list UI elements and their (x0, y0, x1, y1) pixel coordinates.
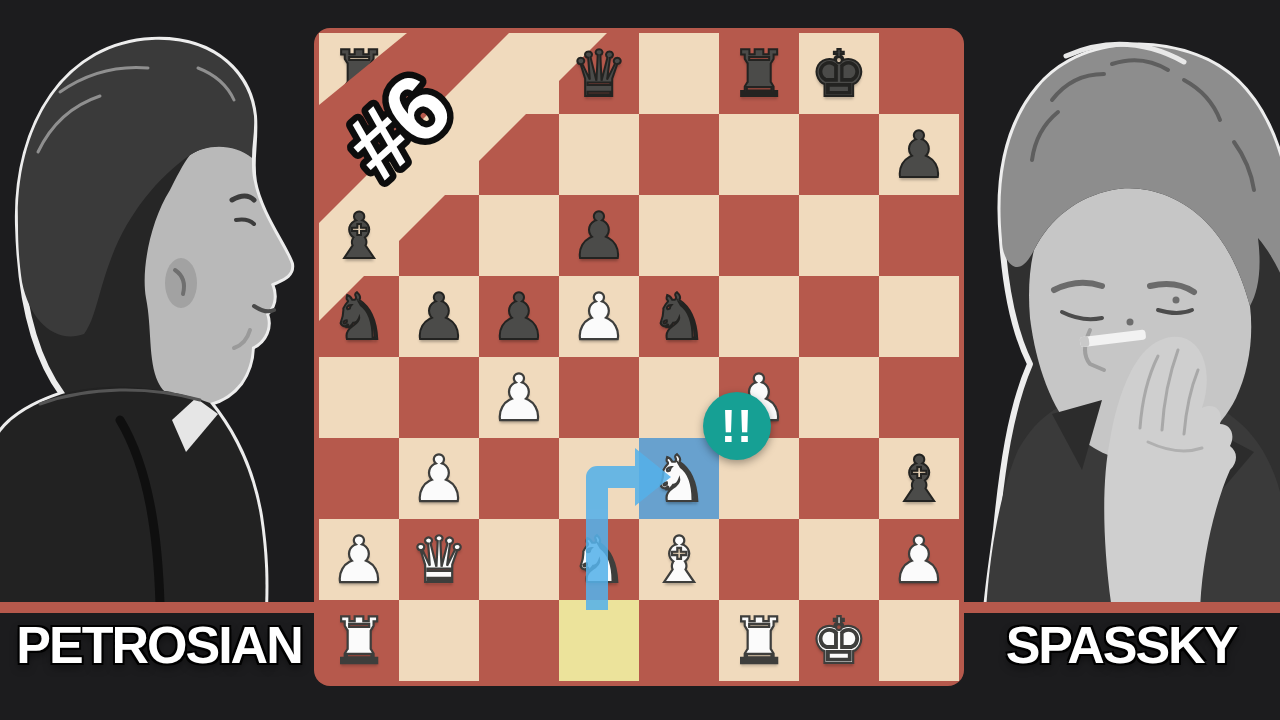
piece-black-pawn: ♟︎ (879, 114, 959, 195)
piece-white-king: ♚ (799, 600, 879, 681)
piece-white-bishop: ♝ (639, 519, 719, 600)
square-e3: ♞ (639, 438, 719, 519)
thumbnail-canvas: PETROSIAN SPASSKY ♜♛♜♚♟︎♝♟︎♞♟︎♟︎♟︎♞♟︎♟︎♟… (0, 0, 1280, 720)
square-a7 (319, 114, 399, 195)
square-b5: ♟︎ (399, 276, 479, 357)
square-g7 (799, 114, 879, 195)
petrosian-photo (0, 0, 318, 604)
piece-white-pawn: ♟︎ (879, 519, 959, 600)
square-g1: ♚ (799, 600, 879, 681)
square-e1 (639, 600, 719, 681)
player-name-right: SPASSKY (1006, 615, 1237, 675)
square-b3: ♟︎ (399, 438, 479, 519)
square-c1 (479, 600, 559, 681)
piece-white-knight: ♞ (639, 438, 719, 519)
piece-black-knight: ♞ (319, 276, 399, 357)
square-e2: ♝ (639, 519, 719, 600)
square-g2 (799, 519, 879, 600)
square-c7 (479, 114, 559, 195)
square-d2: ♞ (559, 519, 639, 600)
square-h1 (879, 600, 959, 681)
square-g8: ♚ (799, 33, 879, 114)
spassky-photo (962, 0, 1280, 604)
square-h2: ♟︎ (879, 519, 959, 600)
piece-black-queen: ♛ (559, 33, 639, 114)
square-f7 (719, 114, 799, 195)
square-g6 (799, 195, 879, 276)
piece-white-pawn: ♟︎ (559, 276, 639, 357)
piece-black-bishop: ♝ (879, 438, 959, 519)
square-d6: ♟︎ (559, 195, 639, 276)
square-a5: ♞ (319, 276, 399, 357)
square-d3 (559, 438, 639, 519)
square-h3: ♝ (879, 438, 959, 519)
piece-black-pawn: ♟︎ (479, 276, 559, 357)
square-c8 (479, 33, 559, 114)
piece-white-pawn: ♟︎ (479, 357, 559, 438)
square-c3 (479, 438, 559, 519)
square-c5: ♟︎ (479, 276, 559, 357)
square-g3 (799, 438, 879, 519)
square-h4 (879, 357, 959, 438)
chess-board: ♜♛♜♚♟︎♝♟︎♞♟︎♟︎♟︎♞♟︎♟︎♟︎♞♝♟︎♛♞♝♟︎♜♜♚ #6 !… (314, 28, 964, 686)
square-e7 (639, 114, 719, 195)
piece-white-knight: ♞ (559, 519, 639, 600)
square-a2: ♟︎ (319, 519, 399, 600)
square-e4 (639, 357, 719, 438)
piece-black-rook: ♜ (319, 33, 399, 114)
square-e8 (639, 33, 719, 114)
square-c2 (479, 519, 559, 600)
square-f4: ♟︎ (719, 357, 799, 438)
square-d5: ♟︎ (559, 276, 639, 357)
square-f2 (719, 519, 799, 600)
square-h7: ♟︎ (879, 114, 959, 195)
square-d1 (559, 600, 639, 681)
square-a8: ♜ (319, 33, 399, 114)
square-g5 (799, 276, 879, 357)
square-b7 (399, 114, 479, 195)
square-f6 (719, 195, 799, 276)
square-d7 (559, 114, 639, 195)
square-f8: ♜ (719, 33, 799, 114)
square-a1: ♜ (319, 600, 399, 681)
piece-black-bishop: ♝ (319, 195, 399, 276)
square-h6 (879, 195, 959, 276)
square-a6: ♝ (319, 195, 399, 276)
chess-board-grid: ♜♛♜♚♟︎♝♟︎♞♟︎♟︎♟︎♞♟︎♟︎♟︎♞♝♟︎♛♞♝♟︎♜♜♚ (319, 33, 959, 681)
square-b2: ♛ (399, 519, 479, 600)
square-b1 (399, 600, 479, 681)
square-h5 (879, 276, 959, 357)
piece-black-king: ♚ (799, 33, 879, 114)
player-name-left: PETROSIAN (16, 615, 301, 675)
piece-white-pawn: ♟︎ (319, 519, 399, 600)
square-c4: ♟︎ (479, 357, 559, 438)
square-d8: ♛ (559, 33, 639, 114)
square-a3 (319, 438, 399, 519)
piece-white-rook: ♜ (719, 600, 799, 681)
piece-white-rook: ♜ (319, 600, 399, 681)
square-b8 (399, 33, 479, 114)
square-b6 (399, 195, 479, 276)
square-g4 (799, 357, 879, 438)
piece-black-pawn: ♟︎ (559, 195, 639, 276)
square-b4 (399, 357, 479, 438)
square-c6 (479, 195, 559, 276)
nameplate-right: SPASSKY (962, 611, 1280, 679)
square-h8 (879, 33, 959, 114)
petrosian-ear (165, 258, 197, 308)
square-f3 (719, 438, 799, 519)
piece-white-pawn: ♟︎ (719, 357, 799, 438)
square-e5: ♞ (639, 276, 719, 357)
piece-black-pawn: ♟︎ (399, 276, 479, 357)
nameplate-left: PETROSIAN (0, 611, 318, 679)
piece-black-rook: ♜ (719, 33, 799, 114)
square-a4 (319, 357, 399, 438)
square-f5 (719, 276, 799, 357)
square-e6 (639, 195, 719, 276)
piece-white-pawn: ♟︎ (399, 438, 479, 519)
piece-white-queen: ♛ (399, 519, 479, 600)
square-f1: ♜ (719, 600, 799, 681)
square-d4 (559, 357, 639, 438)
piece-black-knight: ♞ (639, 276, 719, 357)
